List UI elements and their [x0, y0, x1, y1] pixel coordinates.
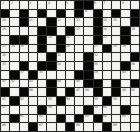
- white-cell[interactable]: [84, 27, 92, 35]
- black-cell: [38, 10, 46, 18]
- black-cell: [94, 10, 102, 18]
- black-cell: [38, 62, 46, 70]
- white-cell[interactable]: 39: [94, 71, 102, 79]
- clue-number: 5: [66, 1, 68, 4]
- white-cell[interactable]: [10, 53, 18, 61]
- clue-number: 47: [76, 88, 79, 91]
- clue-number: 40: [122, 71, 125, 74]
- white-cell[interactable]: [131, 123, 139, 131]
- white-cell[interactable]: [112, 53, 120, 61]
- white-cell[interactable]: 45: [75, 80, 83, 88]
- white-cell[interactable]: 63: [84, 115, 92, 123]
- clue-number: 49: [122, 88, 125, 91]
- clue-number: 28: [113, 45, 116, 48]
- white-cell[interactable]: 52: [20, 97, 28, 105]
- white-cell[interactable]: [57, 123, 65, 131]
- clue-number: 46: [29, 88, 32, 91]
- white-cell[interactable]: 9: [84, 10, 92, 18]
- clue-number: 23: [2, 45, 5, 48]
- black-cell: [10, 115, 18, 123]
- white-cell[interactable]: 36: [131, 62, 139, 70]
- white-cell[interactable]: 6: [94, 1, 102, 9]
- clue-number: 15: [113, 18, 116, 21]
- white-cell[interactable]: 54: [66, 97, 74, 105]
- clue-number: 7: [103, 1, 105, 4]
- white-cell[interactable]: [75, 97, 83, 105]
- white-cell[interactable]: [20, 80, 28, 88]
- white-cell[interactable]: [66, 53, 74, 61]
- clue-number: 29: [122, 45, 125, 48]
- white-cell[interactable]: [29, 53, 37, 61]
- white-cell[interactable]: 47: [75, 88, 83, 96]
- white-cell[interactable]: [47, 115, 55, 123]
- white-cell[interactable]: 66: [1, 123, 9, 131]
- black-cell: [57, 36, 65, 44]
- clue-number: 6: [94, 1, 96, 4]
- white-cell[interactable]: 46: [29, 88, 37, 96]
- white-cell[interactable]: [20, 27, 28, 35]
- white-cell[interactable]: [75, 106, 83, 114]
- black-cell: [84, 106, 92, 114]
- white-cell[interactable]: 1: [1, 1, 9, 9]
- clue-number: 3: [29, 1, 31, 4]
- white-cell[interactable]: [112, 115, 120, 123]
- white-cell[interactable]: [20, 1, 28, 9]
- clue-number: 62: [39, 115, 42, 118]
- white-cell[interactable]: [112, 36, 120, 44]
- white-cell[interactable]: 7: [103, 1, 111, 9]
- black-cell: [112, 10, 120, 18]
- white-cell[interactable]: 27: [94, 45, 102, 53]
- black-cell: [66, 123, 74, 131]
- clue-number: 53: [48, 97, 51, 100]
- clue-number: 30: [2, 53, 5, 56]
- black-cell: [131, 80, 139, 88]
- white-cell[interactable]: 18: [103, 27, 111, 35]
- clue-number: 65: [122, 115, 125, 118]
- clue-number: 38: [39, 71, 42, 74]
- white-cell[interactable]: 43: [29, 80, 37, 88]
- white-cell[interactable]: [112, 106, 120, 114]
- clue-number: 10: [2, 18, 5, 21]
- clue-number: 31: [57, 53, 60, 56]
- white-cell[interactable]: [66, 71, 74, 79]
- white-cell[interactable]: 42: [10, 80, 18, 88]
- white-cell[interactable]: [57, 106, 65, 114]
- white-cell[interactable]: 2: [10, 1, 18, 9]
- black-cell: [112, 88, 120, 96]
- white-cell[interactable]: [57, 71, 65, 79]
- white-cell[interactable]: 61: [20, 115, 28, 123]
- white-cell[interactable]: 40: [121, 71, 129, 79]
- white-cell[interactable]: [10, 123, 18, 131]
- white-cell[interactable]: [57, 1, 65, 9]
- white-cell[interactable]: [84, 45, 92, 53]
- black-cell: [84, 62, 92, 70]
- black-cell: [94, 80, 102, 88]
- black-cell: [103, 123, 111, 131]
- white-cell[interactable]: 62: [38, 115, 46, 123]
- white-cell[interactable]: 29: [121, 45, 129, 53]
- clue-number: 55: [94, 97, 97, 100]
- white-cell[interactable]: 69: [112, 123, 120, 131]
- black-cell: [94, 88, 102, 96]
- black-cell: [57, 115, 65, 123]
- white-cell[interactable]: 50: [131, 88, 139, 96]
- black-cell: [75, 1, 83, 9]
- clue-number: 17: [76, 27, 79, 30]
- white-cell[interactable]: [66, 106, 74, 114]
- black-cell: [10, 97, 18, 105]
- white-cell[interactable]: [66, 10, 74, 18]
- white-cell[interactable]: [103, 53, 111, 61]
- white-cell[interactable]: [47, 45, 55, 53]
- black-cell: [38, 106, 46, 114]
- white-cell[interactable]: 41: [1, 80, 9, 88]
- white-cell[interactable]: 49: [121, 88, 129, 96]
- white-cell[interactable]: [103, 71, 111, 79]
- clue-number: 26: [66, 45, 69, 48]
- white-cell[interactable]: 26: [66, 45, 74, 53]
- clue-number: 36: [131, 62, 134, 65]
- clue-number: 60: [103, 106, 106, 109]
- white-cell[interactable]: 22: [103, 36, 111, 44]
- clue-number: 66: [2, 123, 5, 126]
- white-cell[interactable]: 31: [57, 53, 65, 61]
- black-cell: [47, 88, 55, 96]
- white-cell[interactable]: [84, 97, 92, 105]
- white-cell[interactable]: 30: [1, 53, 9, 61]
- black-cell: [20, 18, 28, 26]
- clue-number: 50: [131, 88, 134, 91]
- white-cell[interactable]: 67: [38, 123, 46, 131]
- black-cell: [10, 36, 18, 44]
- clue-number: 37: [20, 71, 23, 74]
- white-cell[interactable]: 44: [57, 80, 65, 88]
- white-cell[interactable]: [84, 18, 92, 26]
- black-cell: [47, 18, 55, 26]
- white-cell[interactable]: [20, 53, 28, 61]
- black-cell: [20, 88, 28, 96]
- black-cell: [20, 36, 28, 44]
- white-cell[interactable]: [29, 106, 37, 114]
- white-cell[interactable]: [29, 45, 37, 53]
- white-cell[interactable]: [121, 123, 129, 131]
- white-cell[interactable]: [38, 97, 46, 105]
- white-cell[interactable]: [103, 62, 111, 70]
- white-cell[interactable]: [29, 27, 37, 35]
- white-cell[interactable]: [29, 36, 37, 44]
- white-cell[interactable]: [57, 27, 65, 35]
- white-cell[interactable]: [29, 97, 37, 105]
- black-cell: [103, 97, 111, 105]
- white-cell[interactable]: 58: [47, 106, 55, 114]
- black-cell: [103, 45, 111, 53]
- white-cell[interactable]: 48: [84, 88, 92, 96]
- white-cell[interactable]: [10, 62, 18, 70]
- white-cell[interactable]: 34: [57, 62, 65, 70]
- black-cell: [84, 80, 92, 88]
- white-cell[interactable]: [121, 97, 129, 105]
- crossword-grid: 1234567891011121314151617181920212223242…: [0, 0, 140, 132]
- white-cell[interactable]: 37: [20, 71, 28, 79]
- black-cell: [47, 62, 55, 70]
- white-cell[interactable]: [131, 115, 139, 123]
- black-cell: [94, 27, 102, 35]
- clue-number: 52: [20, 97, 23, 100]
- white-cell[interactable]: 64: [103, 115, 111, 123]
- white-cell[interactable]: [112, 27, 120, 35]
- black-cell: [112, 80, 120, 88]
- clue-number: 68: [76, 123, 79, 126]
- white-cell[interactable]: [47, 10, 55, 18]
- white-cell[interactable]: [121, 10, 129, 18]
- clue-number: 41: [2, 80, 5, 83]
- white-cell[interactable]: [47, 71, 55, 79]
- white-cell[interactable]: [38, 80, 46, 88]
- clue-number: 27: [94, 45, 97, 48]
- white-cell[interactable]: 51: [1, 97, 9, 105]
- clue-number: 56: [113, 97, 116, 100]
- black-cell: [20, 62, 28, 70]
- clue-number: 12: [57, 18, 60, 21]
- black-cell: [57, 45, 65, 53]
- clue-number: 43: [29, 80, 32, 83]
- white-cell[interactable]: [1, 71, 9, 79]
- clue-number: 1: [2, 1, 4, 4]
- white-cell[interactable]: [84, 36, 92, 44]
- white-cell[interactable]: [131, 45, 139, 53]
- white-cell[interactable]: 21: [66, 36, 74, 44]
- white-cell[interactable]: [103, 88, 111, 96]
- clue-number: 51: [2, 97, 5, 100]
- clue-number: 42: [11, 80, 14, 83]
- white-cell[interactable]: [131, 97, 139, 105]
- black-cell: [121, 36, 129, 44]
- white-cell[interactable]: [1, 115, 9, 123]
- clue-number: 22: [103, 36, 106, 39]
- white-cell[interactable]: [66, 18, 74, 26]
- white-cell[interactable]: [10, 27, 18, 35]
- white-cell[interactable]: [29, 10, 37, 18]
- white-cell[interactable]: [57, 88, 65, 96]
- white-cell[interactable]: [112, 71, 120, 79]
- black-cell: [94, 18, 102, 26]
- white-cell[interactable]: [131, 36, 139, 44]
- black-cell: [121, 27, 129, 35]
- white-cell[interactable]: 23: [1, 45, 9, 53]
- white-cell[interactable]: [75, 62, 83, 70]
- clue-number: 33: [2, 62, 5, 65]
- white-cell[interactable]: [103, 80, 111, 88]
- clue-number: 13: [76, 18, 79, 21]
- clue-number: 57: [2, 106, 5, 109]
- white-cell[interactable]: [131, 1, 139, 9]
- clue-number: 39: [94, 71, 97, 74]
- white-cell[interactable]: 53: [47, 97, 55, 105]
- white-cell[interactable]: 19: [131, 27, 139, 35]
- white-cell[interactable]: [10, 106, 18, 114]
- black-cell: [57, 10, 65, 18]
- white-cell[interactable]: 8: [121, 1, 129, 9]
- clue-number: 2: [11, 1, 13, 4]
- white-cell[interactable]: [75, 53, 83, 61]
- black-cell: [57, 97, 65, 105]
- white-cell[interactable]: 11: [29, 18, 37, 26]
- black-cell: [84, 1, 92, 9]
- white-cell[interactable]: 17: [75, 27, 83, 35]
- white-cell[interactable]: [121, 18, 129, 26]
- white-cell[interactable]: [38, 18, 46, 26]
- white-cell[interactable]: [38, 88, 46, 96]
- black-cell: [66, 27, 74, 35]
- black-cell: [84, 53, 92, 61]
- white-cell[interactable]: 24: [10, 45, 18, 53]
- black-cell: [75, 115, 83, 123]
- black-cell: [38, 27, 46, 35]
- clue-number: 59: [94, 106, 97, 109]
- white-cell[interactable]: 32: [94, 53, 102, 61]
- white-cell[interactable]: 14: [103, 18, 111, 26]
- clue-number: 19: [131, 27, 134, 30]
- clue-number: 11: [29, 18, 32, 21]
- clue-number: 9: [85, 10, 87, 13]
- black-cell: [1, 10, 9, 18]
- clue-number: 61: [20, 115, 23, 118]
- white-cell[interactable]: [10, 18, 18, 26]
- black-cell: [75, 71, 83, 79]
- white-cell[interactable]: [75, 45, 83, 53]
- clue-number: 18: [103, 27, 106, 30]
- black-cell: [38, 45, 46, 53]
- clue-number: 58: [48, 106, 51, 109]
- black-cell: [47, 80, 55, 88]
- white-cell[interactable]: [94, 123, 102, 131]
- white-cell[interactable]: 38: [38, 71, 46, 79]
- white-cell[interactable]: 57: [1, 106, 9, 114]
- white-cell[interactable]: [10, 88, 18, 96]
- white-cell[interactable]: [112, 1, 120, 9]
- white-cell[interactable]: 15: [112, 18, 120, 26]
- white-cell[interactable]: [131, 71, 139, 79]
- white-cell[interactable]: 35: [94, 62, 102, 70]
- white-cell[interactable]: [103, 10, 111, 18]
- white-cell[interactable]: [20, 123, 28, 131]
- white-cell[interactable]: [66, 80, 74, 88]
- white-cell[interactable]: 5: [66, 1, 74, 9]
- white-cell[interactable]: 55: [94, 97, 102, 105]
- clue-number: 24: [11, 45, 14, 48]
- white-cell[interactable]: [20, 106, 28, 114]
- black-cell: [1, 88, 9, 96]
- clue-number: 44: [57, 80, 60, 83]
- clue-number: 64: [103, 115, 106, 118]
- black-cell: [121, 62, 129, 70]
- white-cell[interactable]: [66, 115, 74, 123]
- black-cell: [29, 123, 37, 131]
- white-cell[interactable]: 68: [75, 123, 83, 131]
- white-cell[interactable]: [29, 62, 37, 70]
- white-cell[interactable]: 59: [94, 106, 102, 114]
- clue-number: 21: [66, 36, 69, 39]
- white-cell[interactable]: [38, 53, 46, 61]
- clue-number: 34: [57, 62, 60, 65]
- white-cell[interactable]: 12: [57, 18, 65, 26]
- white-cell[interactable]: 3: [29, 1, 37, 9]
- white-cell[interactable]: 56: [112, 97, 120, 105]
- black-cell: [94, 115, 102, 123]
- white-cell[interactable]: 20: [47, 36, 55, 44]
- white-cell[interactable]: [66, 62, 74, 70]
- white-cell[interactable]: 60: [103, 106, 111, 114]
- white-cell[interactable]: 28: [112, 45, 120, 53]
- white-cell[interactable]: 13: [75, 18, 83, 26]
- clue-number: 4: [48, 1, 50, 4]
- white-cell[interactable]: [1, 36, 9, 44]
- black-cell: [66, 88, 74, 96]
- clue-number: 69: [113, 123, 116, 126]
- white-cell[interactable]: [10, 10, 18, 18]
- black-cell: [84, 71, 92, 79]
- clue-number: 63: [85, 115, 88, 118]
- black-cell: [121, 106, 129, 114]
- clue-number: 16: [2, 27, 5, 30]
- white-cell[interactable]: 16: [1, 27, 9, 35]
- clue-number: 48: [85, 88, 88, 91]
- black-cell: [20, 10, 28, 18]
- white-cell[interactable]: [121, 53, 129, 61]
- clue-number: 32: [94, 53, 97, 56]
- white-cell[interactable]: [29, 115, 37, 123]
- white-cell[interactable]: 33: [1, 62, 9, 70]
- white-cell[interactable]: 10: [1, 18, 9, 26]
- clue-number: 67: [39, 123, 42, 126]
- clue-number: 14: [103, 18, 106, 21]
- white-cell[interactable]: [131, 106, 139, 114]
- black-cell: [131, 18, 139, 26]
- clue-number: 45: [76, 80, 79, 83]
- white-cell[interactable]: [112, 62, 120, 70]
- black-cell: [29, 71, 37, 79]
- white-cell[interactable]: 4: [47, 1, 55, 9]
- clue-number: 8: [122, 1, 124, 4]
- white-cell[interactable]: 25: [20, 45, 28, 53]
- black-cell: [10, 71, 18, 79]
- clue-number: 25: [20, 45, 23, 48]
- black-cell: [94, 36, 102, 44]
- clue-number: 35: [94, 62, 97, 65]
- white-cell[interactable]: [84, 123, 92, 131]
- white-cell[interactable]: 65: [121, 115, 129, 123]
- white-cell[interactable]: [47, 123, 55, 131]
- black-cell: [38, 36, 46, 44]
- white-cell[interactable]: [75, 36, 83, 44]
- clue-number: 20: [48, 36, 51, 39]
- clue-number: 54: [66, 97, 69, 100]
- black-cell: [131, 53, 139, 61]
- black-cell: [47, 53, 55, 61]
- black-cell: [131, 10, 139, 18]
- black-cell: [47, 27, 55, 35]
- white-cell[interactable]: [38, 1, 46, 9]
- white-cell[interactable]: [121, 80, 129, 88]
- black-cell: [75, 10, 83, 18]
